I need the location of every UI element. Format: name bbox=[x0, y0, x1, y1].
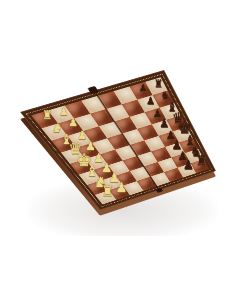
chess-set-product-photo: ♜♞♝♛♚♝♞♜♟♟♟♟♟♟♟♟♟♟♟♟♟♟♟♟♜♞♝♛♚♝♞♜ bbox=[0, 0, 240, 303]
